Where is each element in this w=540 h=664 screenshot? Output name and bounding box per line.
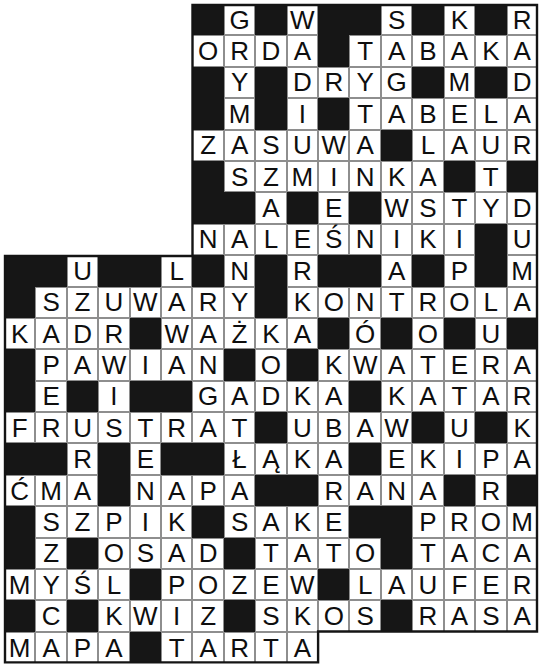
cell-r15-c2[interactable]: A: [67, 475, 98, 506]
cell-r1-c10: [318, 35, 349, 66]
cell-r4-c11[interactable]: A: [349, 130, 380, 161]
cell-r13-c11[interactable]: A: [349, 412, 380, 443]
cell-r12-c3[interactable]: I: [98, 381, 129, 412]
cell-r13-c10[interactable]: B: [318, 412, 349, 443]
cell-r19-c2: [67, 600, 98, 631]
cell-r12-c14[interactable]: T: [444, 381, 475, 412]
cell-r19-c10[interactable]: O: [318, 600, 349, 631]
cell-r7-c3: [98, 224, 129, 255]
cell-r18-c1[interactable]: Y: [35, 569, 66, 600]
cell-r0-c7[interactable]: G: [224, 4, 255, 35]
cell-r19-c8[interactable]: S: [255, 600, 286, 631]
cell-r14-c4[interactable]: E: [130, 443, 161, 474]
cell-r7-c7[interactable]: A: [224, 224, 255, 255]
cell-r20-c3[interactable]: A: [98, 632, 129, 663]
cell-r18-c2[interactable]: Ś: [67, 569, 98, 600]
cell-r18-c4: [130, 569, 161, 600]
cell-r16-c14[interactable]: R: [444, 506, 475, 537]
cell-r8-c3: [98, 255, 129, 286]
cell-r15-c11[interactable]: A: [349, 475, 380, 506]
cell-r1-c14[interactable]: A: [444, 35, 475, 66]
cell-r9-c15[interactable]: L: [475, 287, 506, 318]
cell-r12-c11: [349, 381, 380, 412]
cell-r13-c2[interactable]: U: [67, 412, 98, 443]
cell-r18-c12[interactable]: A: [381, 569, 412, 600]
cell-r9-c1[interactable]: S: [35, 287, 66, 318]
cell-r12-c10[interactable]: A: [318, 381, 349, 412]
cell-r19-c15[interactable]: S: [475, 600, 506, 631]
cell-r14-c1: [35, 443, 66, 474]
cell-r16-c5[interactable]: K: [161, 506, 192, 537]
cell-r13-c3[interactable]: S: [98, 412, 129, 443]
cell-r4-c15[interactable]: U: [475, 130, 506, 161]
cell-r16-c13[interactable]: P: [412, 506, 443, 537]
cell-r6-c10[interactable]: E: [318, 192, 349, 223]
cell-r1-c6[interactable]: O: [192, 35, 223, 66]
cell-r16-c10[interactable]: E: [318, 506, 349, 537]
cell-r18-c15[interactable]: E: [475, 569, 506, 600]
cell-r15-c0[interactable]: Ć: [4, 475, 35, 506]
cell-r4-c10[interactable]: W: [318, 130, 349, 161]
cell-r15-c12[interactable]: N: [381, 475, 412, 506]
cell-r12-c9[interactable]: K: [287, 381, 318, 412]
cell-r6-c4: [130, 192, 161, 223]
cell-r8-c1: [35, 255, 66, 286]
cell-r13-c0[interactable]: F: [4, 412, 35, 443]
cell-r10-c1[interactable]: A: [35, 318, 66, 349]
cell-r1-c12[interactable]: A: [381, 35, 412, 66]
cell-r1-c13[interactable]: B: [412, 35, 443, 66]
cell-r20-c9[interactable]: A: [287, 632, 318, 663]
cell-r13-c13: [412, 412, 443, 443]
cell-r17-c2: [67, 538, 98, 569]
cell-r7-c5: [161, 224, 192, 255]
cell-r17-c9[interactable]: A: [287, 538, 318, 569]
cell-r9-c12[interactable]: T: [381, 287, 412, 318]
cell-r6-c15[interactable]: Y: [475, 192, 506, 223]
cell-r5-c11[interactable]: N: [349, 161, 380, 192]
cell-r19-c1[interactable]: C: [35, 600, 66, 631]
cell-r7-c14[interactable]: I: [444, 224, 475, 255]
cell-r3-c0: [4, 98, 35, 129]
cell-r14-c14[interactable]: I: [444, 443, 475, 474]
cell-r3-c15[interactable]: L: [475, 98, 506, 129]
cell-r12-c4: [130, 381, 161, 412]
cell-r0-c5: [161, 4, 192, 35]
cell-r4-c8[interactable]: S: [255, 130, 286, 161]
cell-r6-c11: [349, 192, 380, 223]
cell-r20-c7[interactable]: R: [224, 632, 255, 663]
cell-r10-c3[interactable]: R: [98, 318, 129, 349]
cell-r4-c14[interactable]: A: [444, 130, 475, 161]
cell-r10-c10: [318, 318, 349, 349]
cell-r10-c11[interactable]: Ó: [349, 318, 380, 349]
cell-r7-c1: [35, 224, 66, 255]
cell-r9-c6[interactable]: R: [192, 287, 223, 318]
cell-r9-c2[interactable]: Z: [67, 287, 98, 318]
cell-r20-c1[interactable]: A: [35, 632, 66, 663]
cell-r17-c5[interactable]: A: [161, 538, 192, 569]
cell-r14-c13[interactable]: K: [412, 443, 443, 474]
cell-r16-c7[interactable]: S: [224, 506, 255, 537]
cell-r13-c7[interactable]: T: [224, 412, 255, 443]
cell-r16-c16[interactable]: M: [507, 506, 538, 537]
cell-r14-c12[interactable]: E: [381, 443, 412, 474]
cell-r20-c0[interactable]: M: [4, 632, 35, 663]
cell-r20-c12: [381, 632, 412, 663]
cell-r12-c2: [67, 381, 98, 412]
cell-r10-c8[interactable]: K: [255, 318, 286, 349]
cell-r15-c1[interactable]: M: [35, 475, 66, 506]
cell-r11-c13[interactable]: T: [412, 349, 443, 380]
cell-r8-c5[interactable]: L: [161, 255, 192, 286]
cell-r18-c13[interactable]: U: [412, 569, 443, 600]
cell-r5-c14: [444, 161, 475, 192]
cell-r0-c9[interactable]: W: [287, 4, 318, 35]
cell-r13-c14[interactable]: U: [444, 412, 475, 443]
cell-r16-c3[interactable]: P: [98, 506, 129, 537]
cell-r11-c9: [287, 349, 318, 380]
cell-r2-c5: [161, 67, 192, 98]
cell-r14-c10[interactable]: A: [318, 443, 349, 474]
cell-r9-c14[interactable]: O: [444, 287, 475, 318]
cell-r7-c12[interactable]: I: [381, 224, 412, 255]
cell-r10-c15[interactable]: U: [475, 318, 506, 349]
cell-r15-c13[interactable]: A: [412, 475, 443, 506]
cell-r14-c3: [98, 443, 129, 474]
cell-r11-c7: [224, 349, 255, 380]
cell-r8-c9[interactable]: R: [287, 255, 318, 286]
cell-r4-c6[interactable]: Z: [192, 130, 223, 161]
cell-r13-c8: [255, 412, 286, 443]
cell-r2-c10[interactable]: R: [318, 67, 349, 98]
cell-r1-c16[interactable]: A: [507, 35, 538, 66]
cell-r11-c16[interactable]: A: [507, 349, 538, 380]
cell-r8-c10: [318, 255, 349, 286]
cell-r16-c2[interactable]: Z: [67, 506, 98, 537]
cell-r16-c9[interactable]: K: [287, 506, 318, 537]
cell-r19-c6[interactable]: Z: [192, 600, 223, 631]
cell-r18-c6[interactable]: O: [192, 569, 223, 600]
cell-r10-c9[interactable]: A: [287, 318, 318, 349]
cell-r3-c3: [98, 98, 129, 129]
cell-r9-c13[interactable]: R: [412, 287, 443, 318]
cell-r3-c7[interactable]: M: [224, 98, 255, 129]
cell-r2-c3: [98, 67, 129, 98]
cell-r0-c4: [130, 4, 161, 35]
cell-r14-c7[interactable]: Ł: [224, 443, 255, 474]
cell-r9-c10[interactable]: O: [318, 287, 349, 318]
cell-r3-c11[interactable]: T: [349, 98, 380, 129]
cell-r8-c2[interactable]: U: [67, 255, 98, 286]
cell-r0-c0: [4, 4, 35, 35]
cell-r2-c7[interactable]: Y: [224, 67, 255, 98]
cell-r15-c4[interactable]: N: [130, 475, 161, 506]
cell-r15-c7[interactable]: A: [224, 475, 255, 506]
cell-r19-c4[interactable]: W: [130, 600, 161, 631]
cell-r5-c9[interactable]: M: [287, 161, 318, 192]
cell-r9-c3[interactable]: U: [98, 287, 129, 318]
cell-r5-c7[interactable]: S: [224, 161, 255, 192]
cell-r10-c0[interactable]: K: [4, 318, 35, 349]
cell-r11-c3[interactable]: W: [98, 349, 129, 380]
cell-r0-c12[interactable]: S: [381, 4, 412, 35]
cell-r19-c9[interactable]: K: [287, 600, 318, 631]
cell-r8-c11: [349, 255, 380, 286]
cell-r10-c5[interactable]: W: [161, 318, 192, 349]
cell-r1-c11[interactable]: T: [349, 35, 380, 66]
cell-r12-c8[interactable]: D: [255, 381, 286, 412]
cell-r19-c16[interactable]: A: [507, 600, 538, 631]
cell-r8-c15: [475, 255, 506, 286]
cell-r14-c8[interactable]: Ą: [255, 443, 286, 474]
cell-r1-c9[interactable]: A: [287, 35, 318, 66]
cell-r11-c10[interactable]: K: [318, 349, 349, 380]
cell-r20-c16: [507, 632, 538, 663]
cell-r14-c5: [161, 443, 192, 474]
cell-r7-c16[interactable]: U: [507, 224, 538, 255]
cell-r2-c11[interactable]: Y: [349, 67, 380, 98]
cell-r6-c8[interactable]: A: [255, 192, 286, 223]
cell-r1-c8[interactable]: D: [255, 35, 286, 66]
cell-r0-c13: [412, 4, 443, 35]
cell-r19-c5[interactable]: I: [161, 600, 192, 631]
cell-r11-c12[interactable]: A: [381, 349, 412, 380]
cell-r9-c16[interactable]: A: [507, 287, 538, 318]
cell-r11-c2[interactable]: A: [67, 349, 98, 380]
cell-r7-c8[interactable]: L: [255, 224, 286, 255]
cell-r17-c14[interactable]: A: [444, 538, 475, 569]
cell-r3-c10: [318, 98, 349, 129]
cell-r2-c14[interactable]: M: [444, 67, 475, 98]
cell-r17-c4[interactable]: S: [130, 538, 161, 569]
cell-r3-c16[interactable]: A: [507, 98, 538, 129]
cell-r14-c9[interactable]: K: [287, 443, 318, 474]
cell-r7-c13[interactable]: K: [412, 224, 443, 255]
cell-r14-c0: [4, 443, 35, 474]
cell-r10-c12: [381, 318, 412, 349]
cell-r15-c10[interactable]: R: [318, 475, 349, 506]
cell-r17-c11[interactable]: O: [349, 538, 380, 569]
cell-r6-c12[interactable]: W: [381, 192, 412, 223]
cell-r20-c5[interactable]: T: [161, 632, 192, 663]
cell-r18-c9[interactable]: W: [287, 569, 318, 600]
crossword-board: GWSKRORDATABAKAYDRYGMDMITABELAZASUWALAUR…: [0, 0, 540, 664]
cell-r14-c2[interactable]: R: [67, 443, 98, 474]
cell-r18-c16[interactable]: R: [507, 569, 538, 600]
cell-r10-c13[interactable]: O: [412, 318, 443, 349]
cell-r19-c3[interactable]: K: [98, 600, 129, 631]
cell-r1-c5: [161, 35, 192, 66]
cell-r13-c4[interactable]: T: [130, 412, 161, 443]
cell-r6-c1: [35, 192, 66, 223]
cell-r10-c7[interactable]: Ż: [224, 318, 255, 349]
cell-r8-c16[interactable]: M: [507, 255, 538, 286]
cell-r17-c16[interactable]: A: [507, 538, 538, 569]
cell-r15-c5[interactable]: A: [161, 475, 192, 506]
cell-r1-c15[interactable]: K: [475, 35, 506, 66]
cell-r8-c7[interactable]: N: [224, 255, 255, 286]
cell-r4-c12: [381, 130, 412, 161]
cell-r4-c9[interactable]: U: [287, 130, 318, 161]
cell-r2-c16[interactable]: D: [507, 67, 538, 98]
crossword-grid: GWSKRORDATABAKAYDRYGMDMITABELAZASUWALAUR…: [4, 4, 538, 663]
cell-r17-c7: [224, 538, 255, 569]
cell-r15-c15[interactable]: R: [475, 475, 506, 506]
cell-r18-c11[interactable]: L: [349, 569, 380, 600]
cell-r7-c10[interactable]: Ś: [318, 224, 349, 255]
cell-r0-c2: [67, 4, 98, 35]
cell-r5-c13[interactable]: A: [412, 161, 443, 192]
cell-r9-c9[interactable]: K: [287, 287, 318, 318]
cell-r12-c12[interactable]: K: [381, 381, 412, 412]
cell-r20-c2[interactable]: P: [67, 632, 98, 663]
cell-r18-c10: [318, 569, 349, 600]
cell-r17-c0: [4, 538, 35, 569]
cell-r16-c8[interactable]: A: [255, 506, 286, 537]
cell-r3-c2: [67, 98, 98, 129]
cell-r0-c11: [349, 4, 380, 35]
cell-r15-c6[interactable]: P: [192, 475, 223, 506]
cell-r17-c12: [381, 538, 412, 569]
cell-r6-c5: [161, 192, 192, 223]
cell-r6-c3: [98, 192, 129, 223]
cell-r2-c8: [255, 67, 286, 98]
cell-r4-c16[interactable]: R: [507, 130, 538, 161]
cell-r13-c5[interactable]: R: [161, 412, 192, 443]
cell-r3-c8: [255, 98, 286, 129]
cell-r6-c9: [287, 192, 318, 223]
cell-r15-c14: [444, 475, 475, 506]
cell-r2-c13: [412, 67, 443, 98]
cell-r0-c10: [318, 4, 349, 35]
cell-r13-c9[interactable]: U: [287, 412, 318, 443]
cell-r11-c14[interactable]: E: [444, 349, 475, 380]
cell-r2-c1: [35, 67, 66, 98]
cell-r1-c3: [98, 35, 129, 66]
cell-r18-c8[interactable]: E: [255, 569, 286, 600]
cell-r5-c5: [161, 161, 192, 192]
cell-r2-c12[interactable]: G: [381, 67, 412, 98]
cell-r11-c0: [4, 349, 35, 380]
cell-r18-c0[interactable]: M: [4, 569, 35, 600]
cell-r11-c1[interactable]: P: [35, 349, 66, 380]
cell-r3-c14[interactable]: E: [444, 98, 475, 129]
cell-r3-c12[interactable]: A: [381, 98, 412, 129]
cell-r7-c6[interactable]: N: [192, 224, 223, 255]
cell-r12-c6[interactable]: G: [192, 381, 223, 412]
cell-r9-c4[interactable]: W: [130, 287, 161, 318]
cell-r17-c3[interactable]: O: [98, 538, 129, 569]
cell-r10-c6[interactable]: A: [192, 318, 223, 349]
cell-r7-c9[interactable]: E: [287, 224, 318, 255]
cell-r12-c7[interactable]: A: [224, 381, 255, 412]
cell-r19-c11[interactable]: S: [349, 600, 380, 631]
cell-r7-c11[interactable]: N: [349, 224, 380, 255]
cell-r0-c14[interactable]: K: [444, 4, 475, 35]
cell-r4-c7[interactable]: A: [224, 130, 255, 161]
cell-r9-c7[interactable]: Y: [224, 287, 255, 318]
cell-r18-c7[interactable]: Z: [224, 569, 255, 600]
cell-r17-c8[interactable]: T: [255, 538, 286, 569]
cell-r6-c0: [4, 192, 35, 223]
cell-r17-c13[interactable]: T: [412, 538, 443, 569]
cell-r18-c14[interactable]: F: [444, 569, 475, 600]
cell-r12-c13[interactable]: A: [412, 381, 443, 412]
cell-r12-c1[interactable]: E: [35, 381, 66, 412]
cell-r4-c4: [130, 130, 161, 161]
cell-r3-c6: [192, 98, 223, 129]
cell-r8-c14[interactable]: P: [444, 255, 475, 286]
cell-r4-c13[interactable]: L: [412, 130, 443, 161]
cell-r12-c16[interactable]: R: [507, 381, 538, 412]
cell-r11-c6[interactable]: N: [192, 349, 223, 380]
cell-r2-c9[interactable]: D: [287, 67, 318, 98]
cell-r17-c15[interactable]: C: [475, 538, 506, 569]
cell-r16-c15[interactable]: O: [475, 506, 506, 537]
cell-r13-c12[interactable]: W: [381, 412, 412, 443]
cell-r16-c4[interactable]: I: [130, 506, 161, 537]
cell-r14-c16[interactable]: A: [507, 443, 538, 474]
cell-r7-c15: [475, 224, 506, 255]
cell-r15-c3: [98, 475, 129, 506]
cell-r6-c16[interactable]: D: [507, 192, 538, 223]
cell-r17-c6[interactable]: D: [192, 538, 223, 569]
cell-r14-c15[interactable]: P: [475, 443, 506, 474]
cell-r5-c3: [98, 161, 129, 192]
cell-r19-c14[interactable]: A: [444, 600, 475, 631]
cell-r17-c1[interactable]: Z: [35, 538, 66, 569]
cell-r5-c8[interactable]: Z: [255, 161, 286, 192]
cell-r20-c6[interactable]: A: [192, 632, 223, 663]
cell-r18-c5[interactable]: P: [161, 569, 192, 600]
cell-r3-c9[interactable]: I: [287, 98, 318, 129]
cell-r6-c13[interactable]: S: [412, 192, 443, 223]
cell-r9-c5[interactable]: A: [161, 287, 192, 318]
cell-r8-c12[interactable]: A: [381, 255, 412, 286]
cell-r13-c16[interactable]: K: [507, 412, 538, 443]
cell-r18-c3[interactable]: L: [98, 569, 129, 600]
cell-r5-c12[interactable]: K: [381, 161, 412, 192]
cell-r11-c5[interactable]: A: [161, 349, 192, 380]
cell-r10-c2[interactable]: D: [67, 318, 98, 349]
cell-r3-c13[interactable]: B: [412, 98, 443, 129]
cell-r8-c4: [130, 255, 161, 286]
cell-r20-c13: [412, 632, 443, 663]
cell-r19-c13[interactable]: R: [412, 600, 443, 631]
cell-r12-c15[interactable]: A: [475, 381, 506, 412]
cell-r17-c10[interactable]: T: [318, 538, 349, 569]
cell-r11-c4[interactable]: I: [130, 349, 161, 380]
cell-r11-c8[interactable]: O: [255, 349, 286, 380]
cell-r14-c11: [349, 443, 380, 474]
cell-r2-c6: [192, 67, 223, 98]
cell-r11-c15[interactable]: R: [475, 349, 506, 380]
cell-r1-c7[interactable]: R: [224, 35, 255, 66]
cell-r13-c1[interactable]: R: [35, 412, 66, 443]
cell-r5-c15[interactable]: T: [475, 161, 506, 192]
cell-r11-c11[interactable]: W: [349, 349, 380, 380]
cell-r20-c8[interactable]: T: [255, 632, 286, 663]
cell-r0-c16[interactable]: R: [507, 4, 538, 35]
cell-r13-c6[interactable]: A: [192, 412, 223, 443]
cell-r5-c10[interactable]: I: [318, 161, 349, 192]
cell-r9-c11[interactable]: N: [349, 287, 380, 318]
cell-r16-c1[interactable]: S: [35, 506, 66, 537]
cell-r12-c0: [4, 381, 35, 412]
cell-r1-c1: [35, 35, 66, 66]
cell-r6-c14[interactable]: T: [444, 192, 475, 223]
